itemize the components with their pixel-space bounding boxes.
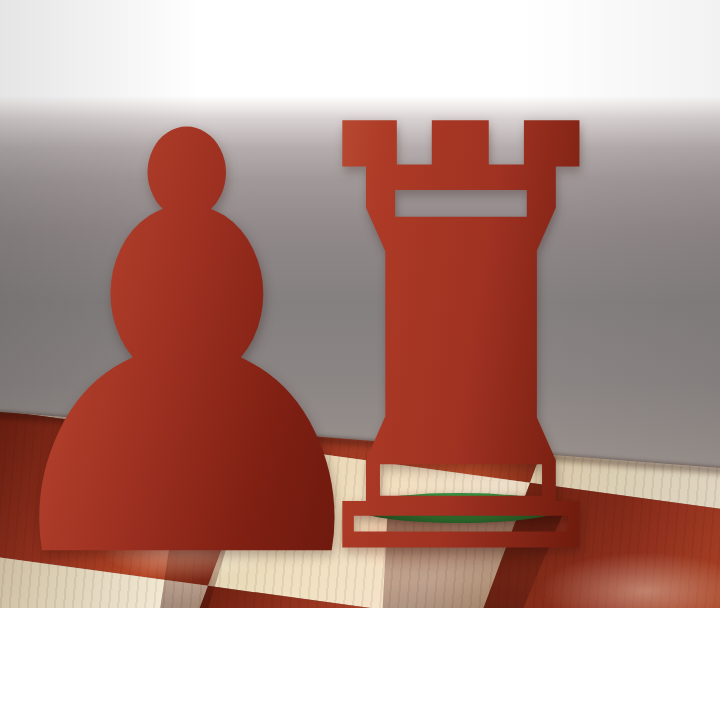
rook-piece[interactable]: ♜ xyxy=(272,52,650,637)
bottom-white-band xyxy=(0,608,720,720)
photo-scene: ♟ ♜ xyxy=(0,0,720,720)
